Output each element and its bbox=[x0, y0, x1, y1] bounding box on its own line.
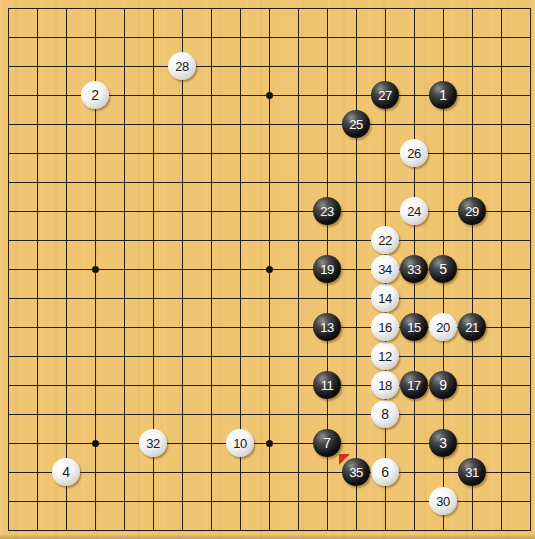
stone-white-12: 12 bbox=[371, 342, 399, 370]
stone-number: 23 bbox=[320, 205, 333, 218]
stone-number: 7 bbox=[323, 436, 330, 450]
stone-number: 1 bbox=[439, 88, 446, 102]
stone-number: 13 bbox=[320, 321, 333, 334]
stone-number: 28 bbox=[175, 60, 188, 73]
stone-black-9: 9 bbox=[429, 371, 457, 399]
stone-number: 8 bbox=[381, 407, 388, 421]
stone-white-10: 10 bbox=[226, 429, 254, 457]
stone-black-25: 25 bbox=[342, 110, 370, 138]
stone-black-1: 1 bbox=[429, 81, 457, 109]
stone-number: 10 bbox=[233, 437, 246, 450]
stone-number: 30 bbox=[436, 495, 449, 508]
stone-black-23: 23 bbox=[313, 197, 341, 225]
stone-number: 16 bbox=[378, 321, 391, 334]
stone-number: 12 bbox=[378, 350, 391, 363]
stone-black-15: 15 bbox=[400, 313, 428, 341]
stone-white-28: 28 bbox=[168, 52, 196, 80]
stone-white-32: 32 bbox=[139, 429, 167, 457]
stone-number: 31 bbox=[465, 466, 478, 479]
stone-white-22: 22 bbox=[371, 226, 399, 254]
stone-black-5: 5 bbox=[429, 255, 457, 283]
stone-black-31: 31 bbox=[458, 458, 486, 486]
stone-number: 4 bbox=[62, 465, 69, 479]
stone-number: 5 bbox=[439, 262, 446, 276]
stone-number: 3 bbox=[439, 436, 446, 450]
stone-black-33: 33 bbox=[400, 255, 428, 283]
stone-black-19: 19 bbox=[313, 255, 341, 283]
stone-white-6: 6 bbox=[371, 458, 399, 486]
stone-number: 2 bbox=[91, 88, 98, 102]
stone-white-30: 30 bbox=[429, 487, 457, 515]
stone-number: 20 bbox=[436, 321, 449, 334]
stone-number: 11 bbox=[321, 379, 334, 392]
stones-layer: 1234567891011121314151617181920212223242… bbox=[0, 0, 535, 539]
stone-number: 32 bbox=[146, 437, 159, 450]
stone-number: 29 bbox=[465, 205, 478, 218]
stone-number: 6 bbox=[381, 465, 388, 479]
stone-number: 22 bbox=[378, 234, 391, 247]
stone-white-14: 14 bbox=[371, 284, 399, 312]
stone-black-13: 13 bbox=[313, 313, 341, 341]
stone-number: 33 bbox=[407, 263, 420, 276]
stone-number: 25 bbox=[349, 118, 362, 131]
stone-number: 35 bbox=[349, 466, 362, 479]
stone-number: 34 bbox=[378, 263, 391, 276]
stone-black-7: 7 bbox=[313, 429, 341, 457]
stone-black-3: 3 bbox=[429, 429, 457, 457]
stone-white-2: 2 bbox=[81, 81, 109, 109]
stone-black-27: 27 bbox=[371, 81, 399, 109]
stone-number: 27 bbox=[378, 89, 391, 102]
stone-number: 17 bbox=[407, 379, 420, 392]
stone-number: 19 bbox=[320, 263, 333, 276]
stone-white-34: 34 bbox=[371, 255, 399, 283]
stone-number: 24 bbox=[407, 205, 420, 218]
stone-white-18: 18 bbox=[371, 371, 399, 399]
stone-white-24: 24 bbox=[400, 197, 428, 225]
stone-number: 18 bbox=[378, 379, 391, 392]
stone-number: 14 bbox=[378, 292, 391, 305]
stone-white-4: 4 bbox=[52, 458, 80, 486]
stone-white-20: 20 bbox=[429, 313, 457, 341]
stone-number: 21 bbox=[465, 321, 478, 334]
stone-white-8: 8 bbox=[371, 400, 399, 428]
stone-black-29: 29 bbox=[458, 197, 486, 225]
stone-black-35: 35 bbox=[342, 458, 370, 486]
stone-number: 15 bbox=[407, 321, 420, 334]
stone-black-11: 11 bbox=[313, 371, 341, 399]
stone-white-16: 16 bbox=[371, 313, 399, 341]
stone-number: 26 bbox=[407, 147, 420, 160]
stone-number: 9 bbox=[439, 378, 446, 392]
go-board-screenshot: 1234567891011121314151617181920212223242… bbox=[0, 0, 535, 539]
stone-black-21: 21 bbox=[458, 313, 486, 341]
stone-black-17: 17 bbox=[400, 371, 428, 399]
stone-white-26: 26 bbox=[400, 139, 428, 167]
